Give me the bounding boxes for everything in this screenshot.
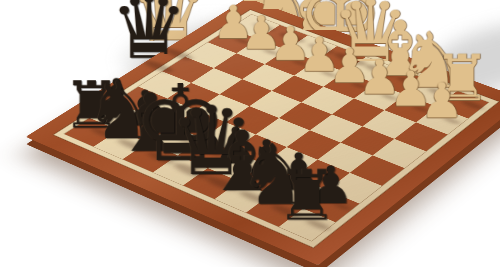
white-pawn-glyph: ♟ bbox=[420, 77, 464, 123]
black-queen-glyph: ♛ bbox=[110, 0, 188, 69]
chess-board: ♜♞♝♛♚♝♞♜♟♟♟♟♟♟♟♟♟♟♟♟♟♟♟♟♜♞♝♛♚♝♞♜♛♛ bbox=[26, 0, 500, 265]
chess-set-photo: ♜♞♝♛♚♝♞♜♟♟♟♟♟♟♟♟♟♟♟♟♟♟♟♟♜♞♝♛♚♝♞♜♛♛ bbox=[0, 0, 500, 267]
black-rook-glyph: ♜ bbox=[276, 162, 338, 228]
